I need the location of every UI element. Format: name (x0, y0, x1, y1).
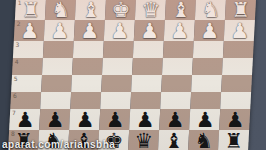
square-h3[interactable]: 3 (13, 41, 44, 58)
square-c1[interactable]: ♝ (165, 0, 196, 20)
square-b1[interactable]: ♞ (195, 0, 226, 20)
rank-label: 4 (15, 59, 19, 65)
white-pawn[interactable]: ♟ (20, 21, 39, 42)
black-pawn[interactable]: ♟ (165, 110, 184, 131)
square-a4[interactable] (222, 58, 253, 75)
black-rook[interactable]: ♜ (224, 131, 243, 150)
black-pawn[interactable]: ♟ (135, 110, 154, 131)
square-a3[interactable] (223, 41, 254, 58)
square-c4[interactable] (162, 58, 193, 75)
black-pawn[interactable]: ♟ (225, 110, 244, 131)
white-knight[interactable]: ♞ (51, 0, 70, 21)
black-pawn[interactable]: ♟ (45, 110, 64, 131)
square-d5[interactable] (131, 75, 162, 92)
square-g2[interactable]: ♟ (44, 20, 75, 41)
square-g4[interactable] (42, 58, 73, 75)
square-b4[interactable] (192, 58, 223, 75)
square-e1[interactable]: ♚ (105, 0, 136, 20)
square-h1[interactable]: 1♜ (15, 0, 46, 20)
white-pawn[interactable]: ♟ (170, 21, 189, 42)
square-a8[interactable]: ♜ (218, 130, 249, 150)
white-pawn[interactable]: ♟ (200, 21, 219, 42)
square-h5[interactable]: 5 (11, 75, 42, 92)
square-c7[interactable]: ♟ (159, 109, 190, 130)
square-e5[interactable] (101, 75, 132, 92)
square-a6[interactable] (220, 92, 251, 109)
square-g7[interactable]: ♟ (39, 109, 70, 130)
square-f4[interactable] (72, 58, 103, 75)
square-f3[interactable] (73, 41, 104, 58)
white-pawn[interactable]: ♟ (110, 21, 129, 42)
square-d2[interactable]: ♟ (134, 20, 165, 41)
square-h6[interactable]: 6 (10, 92, 41, 109)
square-b2[interactable]: ♟ (194, 20, 225, 41)
square-a2[interactable]: ♟ (224, 20, 255, 41)
black-pawn[interactable]: ♟ (75, 110, 94, 131)
rank-label: 5 (14, 76, 18, 82)
square-g3[interactable] (43, 41, 74, 58)
square-e6[interactable] (100, 92, 131, 109)
rank-label: 3 (16, 42, 20, 48)
black-pawn[interactable]: ♟ (105, 110, 124, 131)
square-c2[interactable]: ♟ (164, 20, 195, 41)
white-rook[interactable]: ♜ (231, 0, 250, 21)
black-bishop[interactable]: ♝ (164, 131, 183, 150)
square-f6[interactable] (70, 92, 101, 109)
square-e7[interactable]: ♟ (99, 109, 130, 130)
square-c6[interactable] (160, 92, 191, 109)
white-bishop[interactable]: ♝ (171, 0, 190, 21)
rank-label: 6 (13, 93, 17, 99)
black-knight[interactable]: ♞ (194, 131, 213, 150)
square-c5[interactable] (161, 75, 192, 92)
square-c3[interactable] (163, 41, 194, 58)
square-h2[interactable]: 2♟ (14, 20, 45, 41)
square-b6[interactable] (190, 92, 221, 109)
square-b8[interactable]: ♞ (188, 130, 219, 150)
chess-board[interactable]: 1♜♞♝♚♛♝♞♜2♟♟♟♟♟♟♟♟34567♟♟♟♟♟♟♟♟8♜♞♝♚♛♝♞♜ (8, 0, 256, 150)
square-d6[interactable] (130, 92, 161, 109)
white-king[interactable]: ♚ (111, 0, 130, 21)
square-f2[interactable]: ♟ (74, 20, 105, 41)
square-e4[interactable] (102, 58, 133, 75)
square-b5[interactable] (191, 75, 222, 92)
white-pawn[interactable]: ♟ (50, 21, 69, 42)
white-knight[interactable]: ♞ (201, 0, 220, 21)
white-rook[interactable]: ♜ (21, 0, 40, 21)
square-d8[interactable]: ♛ (128, 130, 159, 150)
square-g6[interactable] (40, 92, 71, 109)
white-pawn[interactable]: ♟ (140, 21, 159, 42)
square-b3[interactable] (193, 41, 224, 58)
square-e3[interactable] (103, 41, 134, 58)
square-d4[interactable] (132, 58, 163, 75)
video-frame: 1♜♞♝♚♛♝♞♜2♟♟♟♟♟♟♟♟34567♟♟♟♟♟♟♟♟8♜♞♝♚♛♝♞♜… (0, 0, 266, 150)
square-f7[interactable]: ♟ (69, 109, 100, 130)
white-pawn[interactable]: ♟ (230, 21, 249, 42)
square-f5[interactable] (71, 75, 102, 92)
square-a7[interactable]: ♟ (219, 109, 250, 130)
white-queen[interactable]: ♛ (141, 0, 160, 21)
square-g1[interactable]: ♞ (45, 0, 76, 20)
square-h4[interactable]: 4 (12, 58, 43, 75)
watermark-text: aparat.com/ariansbha (2, 139, 115, 150)
white-pawn[interactable]: ♟ (80, 21, 99, 42)
square-d7[interactable]: ♟ (129, 109, 160, 130)
square-d3[interactable] (133, 41, 164, 58)
square-b7[interactable]: ♟ (189, 109, 220, 130)
square-g5[interactable] (41, 75, 72, 92)
square-f1[interactable]: ♝ (75, 0, 106, 20)
black-pawn[interactable]: ♟ (15, 110, 34, 131)
square-h7[interactable]: 7♟ (9, 109, 40, 130)
square-e2[interactable]: ♟ (104, 20, 135, 41)
black-queen[interactable]: ♛ (134, 131, 153, 150)
square-a5[interactable] (221, 75, 252, 92)
black-pawn[interactable]: ♟ (195, 110, 214, 131)
square-d1[interactable]: ♛ (135, 0, 166, 20)
square-c8[interactable]: ♝ (158, 130, 189, 150)
square-a1[interactable]: ♜ (225, 0, 256, 20)
white-bishop[interactable]: ♝ (81, 0, 100, 21)
